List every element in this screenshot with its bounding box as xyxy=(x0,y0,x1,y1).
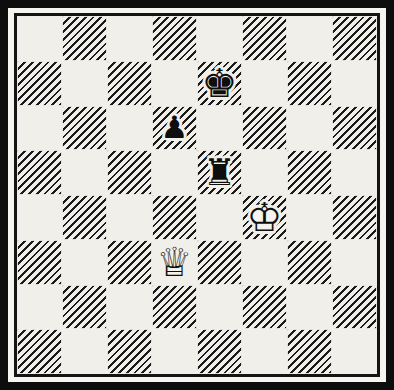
white-king-glyph: ♔ xyxy=(247,197,283,237)
square-g1[interactable] xyxy=(287,329,332,374)
square-e7[interactable]: ♚ xyxy=(197,61,242,106)
black-rook: ♜ xyxy=(203,154,236,191)
square-e6[interactable] xyxy=(197,106,242,151)
square-d2[interactable] xyxy=(152,285,197,330)
square-b1[interactable] xyxy=(62,329,107,374)
square-h8[interactable] xyxy=(332,16,377,61)
black-pawn: ♟ xyxy=(161,112,189,143)
board-inner-frame: ♚♟♜♚♔♛♕ xyxy=(14,13,380,377)
square-d6[interactable]: ♟ xyxy=(152,106,197,151)
chess-board: ♚♟♜♚♔♛♕ xyxy=(17,16,377,374)
square-g3[interactable] xyxy=(287,240,332,285)
square-d5[interactable] xyxy=(152,150,197,195)
black-rook-glyph: ♜ xyxy=(203,154,236,191)
white-king: ♚♔ xyxy=(247,197,283,237)
square-f7[interactable] xyxy=(242,61,287,106)
square-f8[interactable] xyxy=(242,16,287,61)
square-a8[interactable] xyxy=(17,16,62,61)
square-g8[interactable] xyxy=(287,16,332,61)
square-b4[interactable] xyxy=(62,195,107,240)
square-g4[interactable] xyxy=(287,195,332,240)
square-a5[interactable] xyxy=(17,150,62,195)
square-a1[interactable] xyxy=(17,329,62,374)
square-f2[interactable] xyxy=(242,285,287,330)
black-pawn-glyph: ♟ xyxy=(161,112,189,143)
square-g6[interactable] xyxy=(287,106,332,151)
square-d7[interactable] xyxy=(152,61,197,106)
square-h7[interactable] xyxy=(332,61,377,106)
square-a6[interactable] xyxy=(17,106,62,151)
white-queen: ♛♕ xyxy=(157,242,193,282)
square-c3[interactable] xyxy=(107,240,152,285)
square-f5[interactable] xyxy=(242,150,287,195)
square-c5[interactable] xyxy=(107,150,152,195)
square-g7[interactable] xyxy=(287,61,332,106)
square-e2[interactable] xyxy=(197,285,242,330)
square-e5[interactable]: ♜ xyxy=(197,150,242,195)
square-e8[interactable] xyxy=(197,16,242,61)
square-h3[interactable] xyxy=(332,240,377,285)
white-queen-glyph: ♕ xyxy=(157,242,193,282)
square-c4[interactable] xyxy=(107,195,152,240)
square-c8[interactable] xyxy=(107,16,152,61)
square-a4[interactable] xyxy=(17,195,62,240)
square-c6[interactable] xyxy=(107,106,152,151)
square-b6[interactable] xyxy=(62,106,107,151)
square-h1[interactable] xyxy=(332,329,377,374)
square-c7[interactable] xyxy=(107,61,152,106)
square-e1[interactable] xyxy=(197,329,242,374)
black-king-glyph: ♚ xyxy=(202,63,238,103)
square-a3[interactable] xyxy=(17,240,62,285)
square-h2[interactable] xyxy=(332,285,377,330)
square-d8[interactable] xyxy=(152,16,197,61)
square-f4[interactable]: ♚♔ xyxy=(242,195,287,240)
chess-diagram: ♚♟♜♚♔♛♕ xyxy=(0,0,394,390)
square-c1[interactable] xyxy=(107,329,152,374)
square-g2[interactable] xyxy=(287,285,332,330)
square-c2[interactable] xyxy=(107,285,152,330)
square-b2[interactable] xyxy=(62,285,107,330)
square-e4[interactable] xyxy=(197,195,242,240)
square-f6[interactable] xyxy=(242,106,287,151)
square-g5[interactable] xyxy=(287,150,332,195)
square-b8[interactable] xyxy=(62,16,107,61)
square-f3[interactable] xyxy=(242,240,287,285)
square-a2[interactable] xyxy=(17,285,62,330)
square-b7[interactable] xyxy=(62,61,107,106)
square-d3[interactable]: ♛♕ xyxy=(152,240,197,285)
square-b3[interactable] xyxy=(62,240,107,285)
square-h6[interactable] xyxy=(332,106,377,151)
square-h4[interactable] xyxy=(332,195,377,240)
square-h5[interactable] xyxy=(332,150,377,195)
square-e3[interactable] xyxy=(197,240,242,285)
square-d4[interactable] xyxy=(152,195,197,240)
black-king: ♚ xyxy=(202,63,238,103)
square-d1[interactable] xyxy=(152,329,197,374)
square-a7[interactable] xyxy=(17,61,62,106)
square-f1[interactable] xyxy=(242,329,287,374)
square-b5[interactable] xyxy=(62,150,107,195)
